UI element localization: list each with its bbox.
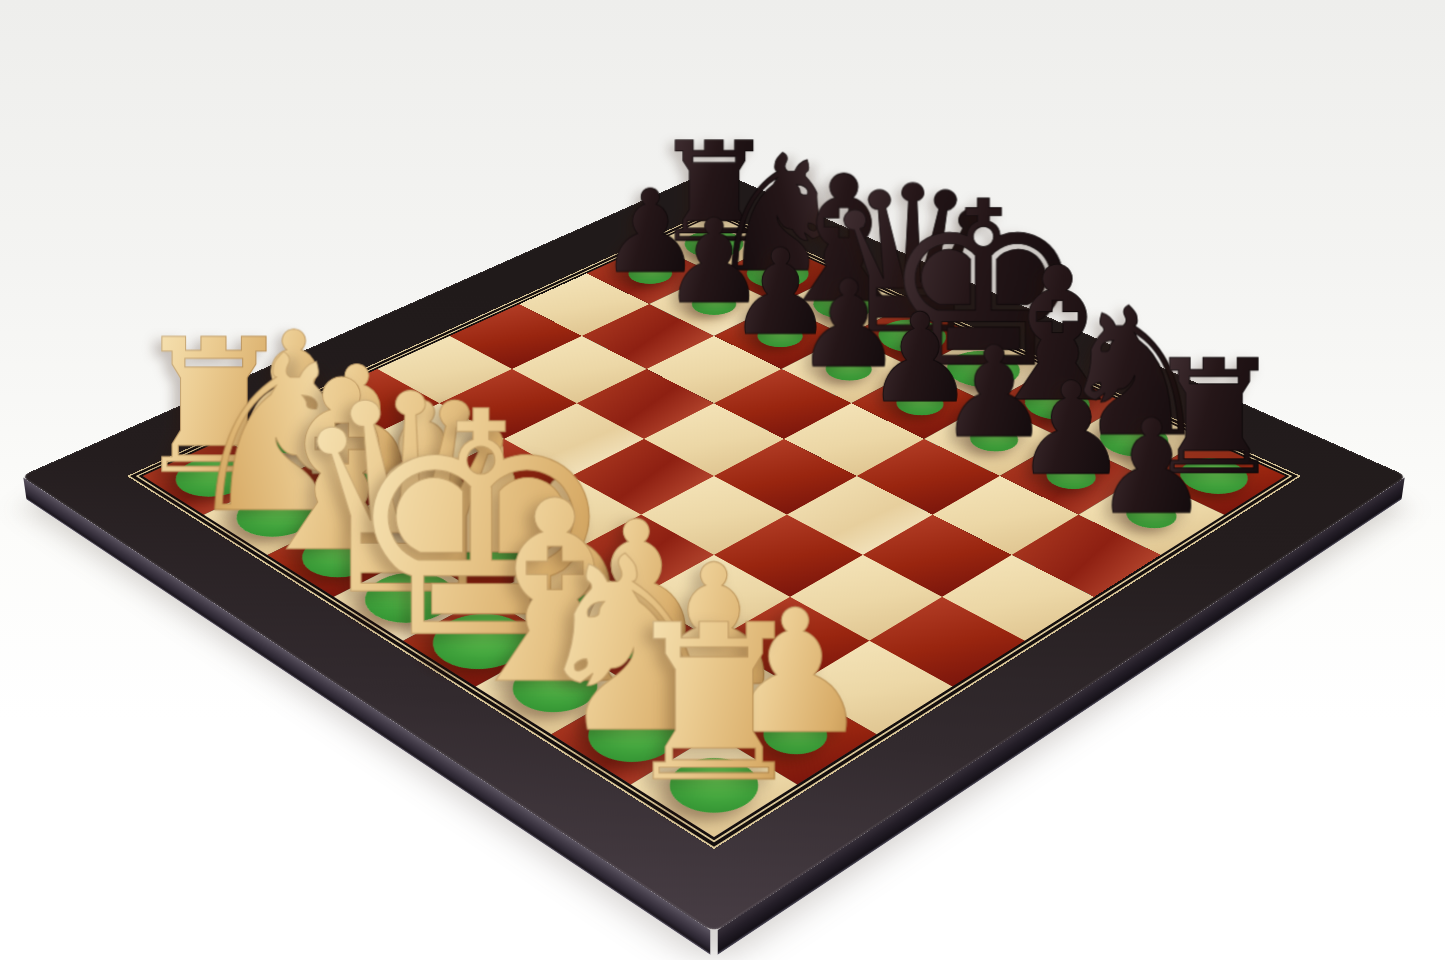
black-pawn-glyph: ♟ xyxy=(1093,401,1210,532)
chess-board: ♜♞♝♛♚♝♞♜♟♟♟♟♟♟♟♟♟♟♟♟♟♟♟♟♜♞♝♛♚♝♞♜ xyxy=(21,169,1407,933)
product-photo-scene: ♜♞♝♛♚♝♞♜♟♟♟♟♟♟♟♟♟♟♟♟♟♟♟♟♜♞♝♛♚♝♞♜ xyxy=(0,0,1445,960)
board-frame: ♜♞♝♛♚♝♞♜♟♟♟♟♟♟♟♟♟♟♟♟♟♟♟♟♜♞♝♛♚♝♞♜ xyxy=(21,169,1407,933)
board-grid: ♜♞♝♛♚♝♞♜♟♟♟♟♟♟♟♟♟♟♟♟♟♟♟♟♜♞♝♛♚♝♞♜ xyxy=(143,215,1286,837)
square-f5 xyxy=(787,476,933,555)
white-rook-glyph: ♜ xyxy=(617,597,810,812)
square-h1: ♜ xyxy=(631,734,797,837)
